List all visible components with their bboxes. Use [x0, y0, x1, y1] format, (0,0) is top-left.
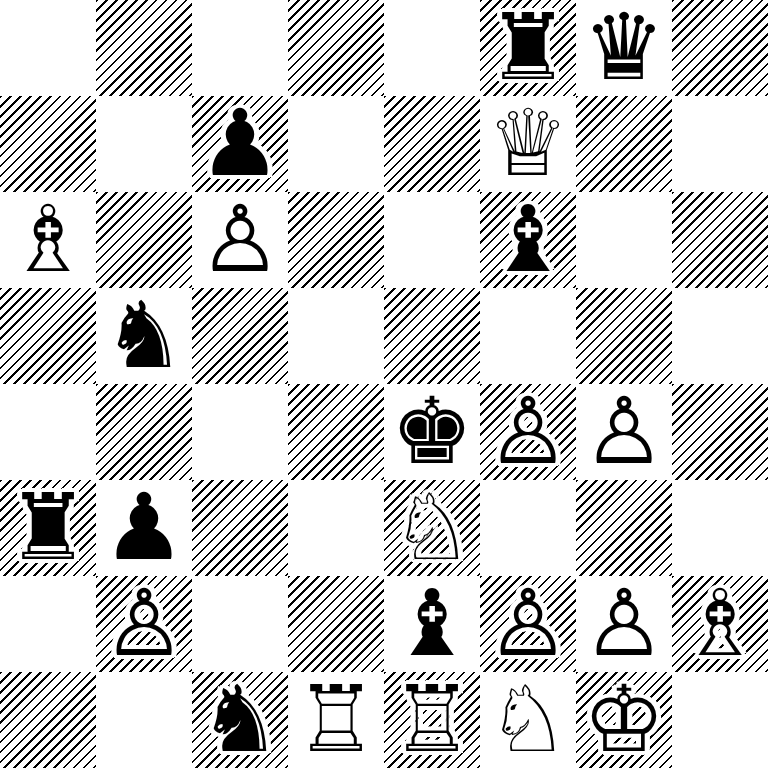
square-b1[interactable] — [96, 672, 192, 768]
square-h3[interactable] — [672, 480, 768, 576]
square-f8[interactable]: ♜ — [480, 0, 576, 96]
square-h7[interactable] — [672, 96, 768, 192]
piece-black-knight-b5[interactable]: ♞ — [103, 288, 185, 384]
square-c6[interactable]: ♙ — [192, 192, 288, 288]
square-d6[interactable] — [288, 192, 384, 288]
piece-white-pawn-f4[interactable]: ♙ — [487, 384, 569, 480]
square-c5[interactable] — [192, 288, 288, 384]
piece-white-rook-d1[interactable]: ♖ — [295, 672, 377, 768]
square-c8[interactable] — [192, 0, 288, 96]
square-a7[interactable] — [0, 96, 96, 192]
piece-black-king-e4[interactable]: ♚ — [391, 384, 473, 480]
piece-white-pawn-c6[interactable]: ♙ — [199, 192, 281, 288]
piece-white-knight-e3[interactable]: ♘ — [391, 480, 473, 576]
square-h4[interactable] — [672, 384, 768, 480]
piece-black-knight-c1[interactable]: ♞ — [199, 672, 281, 768]
square-e6[interactable] — [384, 192, 480, 288]
piece-black-bishop-e2[interactable]: ♝ — [391, 576, 473, 672]
piece-black-queen-g8[interactable]: ♛ — [583, 0, 665, 96]
square-d2[interactable] — [288, 576, 384, 672]
square-b6[interactable] — [96, 192, 192, 288]
square-f7[interactable]: ♕ — [480, 96, 576, 192]
square-f2[interactable]: ♙ — [480, 576, 576, 672]
piece-white-bishop-a6[interactable]: ♗ — [7, 192, 89, 288]
piece-white-rook-e1[interactable]: ♖ — [391, 672, 473, 768]
square-f6[interactable]: ♝ — [480, 192, 576, 288]
square-a6[interactable]: ♗ — [0, 192, 96, 288]
square-f5[interactable] — [480, 288, 576, 384]
square-e4[interactable]: ♚ — [384, 384, 480, 480]
square-b2[interactable]: ♙ — [96, 576, 192, 672]
square-e8[interactable] — [384, 0, 480, 96]
square-b5[interactable]: ♞ — [96, 288, 192, 384]
square-g2[interactable]: ♙ — [576, 576, 672, 672]
square-b7[interactable] — [96, 96, 192, 192]
piece-black-rook-a3[interactable]: ♜ — [7, 480, 89, 576]
square-d7[interactable] — [288, 96, 384, 192]
square-h5[interactable] — [672, 288, 768, 384]
piece-white-king-g1[interactable]: ♔ — [583, 672, 665, 768]
square-g1[interactable]: ♔ — [576, 672, 672, 768]
square-e2[interactable]: ♝ — [384, 576, 480, 672]
piece-black-pawn-b3[interactable]: ♟ — [103, 480, 185, 576]
square-e7[interactable] — [384, 96, 480, 192]
square-b4[interactable] — [96, 384, 192, 480]
square-h2[interactable]: ♗ — [672, 576, 768, 672]
square-b8[interactable] — [96, 0, 192, 96]
square-f4[interactable]: ♙ — [480, 384, 576, 480]
square-d5[interactable] — [288, 288, 384, 384]
chess-board: ♜♛♟♕♗♙♝♞♚♙♙♜♟♘♙♝♙♙♗♞♖♖♘♔ — [0, 0, 768, 768]
square-c4[interactable] — [192, 384, 288, 480]
square-f1[interactable]: ♘ — [480, 672, 576, 768]
piece-black-pawn-c7[interactable]: ♟ — [199, 96, 281, 192]
square-d8[interactable] — [288, 0, 384, 96]
piece-white-pawn-g2[interactable]: ♙ — [583, 576, 665, 672]
square-c2[interactable] — [192, 576, 288, 672]
square-b3[interactable]: ♟ — [96, 480, 192, 576]
square-f3[interactable] — [480, 480, 576, 576]
square-h8[interactable] — [672, 0, 768, 96]
square-d1[interactable]: ♖ — [288, 672, 384, 768]
square-d3[interactable] — [288, 480, 384, 576]
square-a5[interactable] — [0, 288, 96, 384]
piece-black-bishop-f6[interactable]: ♝ — [487, 192, 569, 288]
square-h6[interactable] — [672, 192, 768, 288]
piece-white-pawn-g4[interactable]: ♙ — [583, 384, 665, 480]
square-a1[interactable] — [0, 672, 96, 768]
square-e1[interactable]: ♖ — [384, 672, 480, 768]
square-g8[interactable]: ♛ — [576, 0, 672, 96]
square-a3[interactable]: ♜ — [0, 480, 96, 576]
square-g5[interactable] — [576, 288, 672, 384]
square-a4[interactable] — [0, 384, 96, 480]
piece-white-knight-f1[interactable]: ♘ — [487, 672, 569, 768]
square-g6[interactable] — [576, 192, 672, 288]
square-a2[interactable] — [0, 576, 96, 672]
piece-black-rook-f8[interactable]: ♜ — [487, 0, 569, 96]
square-g3[interactable] — [576, 480, 672, 576]
square-g7[interactable] — [576, 96, 672, 192]
square-e3[interactable]: ♘ — [384, 480, 480, 576]
piece-white-queen-f7[interactable]: ♕ — [487, 96, 569, 192]
piece-white-pawn-b2[interactable]: ♙ — [103, 576, 185, 672]
square-c7[interactable]: ♟ — [192, 96, 288, 192]
square-a8[interactable] — [0, 0, 96, 96]
square-d4[interactable] — [288, 384, 384, 480]
square-c1[interactable]: ♞ — [192, 672, 288, 768]
square-e5[interactable] — [384, 288, 480, 384]
piece-white-pawn-f2[interactable]: ♙ — [487, 576, 569, 672]
square-g4[interactable]: ♙ — [576, 384, 672, 480]
square-h1[interactable] — [672, 672, 768, 768]
square-c3[interactable] — [192, 480, 288, 576]
piece-white-bishop-h2[interactable]: ♗ — [679, 576, 761, 672]
